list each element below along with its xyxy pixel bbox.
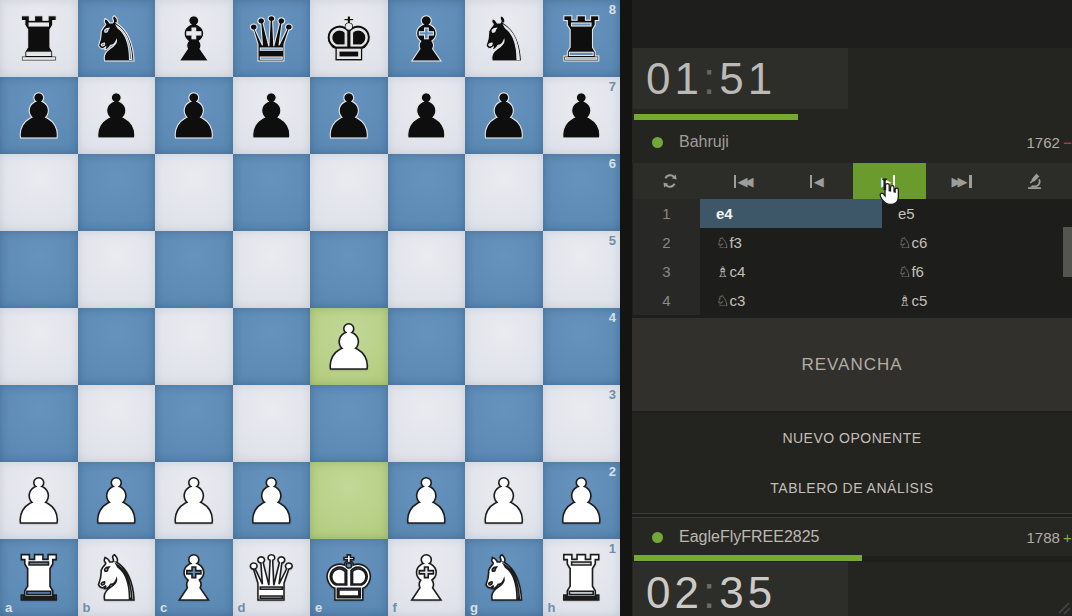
piece-black-knight[interactable]: ♞ [465,0,543,77]
piece-white-bishop[interactable]: ♝ [155,539,233,616]
chess-board[interactable]: ♜♞♝♛♚♝♞♜8♟♟♟♟♟♟♟♟765♟43♟♟♟♟♟♟♟2♜a♞b♝c♛d♚… [0,0,620,616]
piece-white-knight[interactable]: ♞ [78,539,156,616]
move-row-1: 1e4e5 [633,199,1072,228]
followup-buttons: NUEVO OPONENTE TABLERO DE ANÁLISIS [632,413,1072,514]
new-opponent-button[interactable]: NUEVO OPONENTE [632,413,1072,463]
move-4-black[interactable]: ♗c5 [882,286,1072,315]
player-row: EagleFlyFREE2825 1788+5 [632,517,1072,556]
move-4-white[interactable]: ♘c3 [700,286,882,315]
move-3-white[interactable]: ♗c4 [700,257,882,286]
square-e4[interactable]: ♟ [310,308,388,385]
square-e7[interactable]: ♟ [310,77,388,154]
rank-label-3: 3 [609,387,616,402]
piece-white-pawn[interactable]: ♟ [310,308,388,385]
move-list: 1e4e52♘f3♘c63♗c4♘f64♘c3♗c5 [633,199,1072,315]
microscope-icon [1026,172,1044,190]
nav-next-button[interactable]: ▶ [853,163,926,199]
square-a4[interactable] [0,308,78,385]
square-h1[interactable]: ♜1h [543,539,621,616]
opponent-rating: 1762−5 [1027,134,1072,151]
move-number: 1 [633,199,700,228]
move-3-black[interactable]: ♘f6 [882,257,1072,286]
square-d2[interactable]: ♟ [233,462,311,539]
square-d7[interactable]: ♟ [233,77,311,154]
nav-last-button[interactable]: ▶▶ [926,163,999,199]
move-1-black[interactable]: e5 [882,199,1072,228]
rank-label-4: 4 [609,310,616,325]
rank-label-5: 5 [609,233,616,248]
square-e3[interactable] [310,385,388,462]
square-g1[interactable]: ♞g [465,539,543,616]
square-h7[interactable]: ♟7 [543,77,621,154]
square-c3[interactable] [155,385,233,462]
piece-white-pawn[interactable]: ♟ [465,462,543,539]
square-g8[interactable]: ♞ [465,0,543,77]
player-time-bar [634,555,862,561]
square-a3[interactable] [0,385,78,462]
square-b6[interactable] [78,154,156,231]
square-g2[interactable]: ♟ [465,462,543,539]
player-clock: 02:35 [633,562,848,616]
square-h5[interactable]: 5 [543,231,621,308]
square-e8[interactable]: ♚ [310,0,388,77]
square-f4[interactable] [388,308,466,385]
piece-white-pawn[interactable]: ♟ [155,462,233,539]
move-row-4: 4♘c3♗c5 [633,286,1072,315]
square-e2[interactable] [310,462,388,539]
piece-black-pawn[interactable]: ♟ [543,77,621,154]
opponent-clock-time: 01:51 [633,48,848,109]
square-a6[interactable] [0,154,78,231]
opponent-row: Bahruji 1762−5 [632,123,1072,161]
nav-previous-button[interactable]: ◀ [779,163,852,199]
move-list-scrollbar[interactable] [1063,227,1072,277]
square-c7[interactable]: ♟ [155,77,233,154]
online-dot [652,137,663,148]
square-h2[interactable]: ♟2 [543,462,621,539]
nav-first-button[interactable]: ◀◀ [706,163,779,199]
rematch-button[interactable]: REVANCHA [632,318,1072,411]
square-g3[interactable] [465,385,543,462]
piece-white-pawn[interactable]: ♟ [233,462,311,539]
square-d6[interactable] [233,154,311,231]
piece-white-queen[interactable]: ♛ [233,539,311,616]
square-c8[interactable]: ♝ [155,0,233,77]
square-h6[interactable]: 6 [543,154,621,231]
opponent-rating-change: −5 [1063,134,1072,151]
move-number: 4 [633,286,700,315]
player-rating-change: +5 [1063,529,1072,546]
piece-black-pawn[interactable]: ♟ [0,77,78,154]
piece-white-pawn[interactable]: ♟ [0,462,78,539]
piece-black-bishop[interactable]: ♝ [388,0,466,77]
square-d5[interactable] [233,231,311,308]
piece-black-pawn[interactable]: ♟ [233,77,311,154]
rematch-label: REVANCHA [801,355,902,375]
square-d1[interactable]: ♛d [233,539,311,616]
square-a8[interactable]: ♜ [0,0,78,77]
square-b2[interactable]: ♟ [78,462,156,539]
piece-white-pawn[interactable]: ♟ [388,462,466,539]
square-c1[interactable]: ♝c [155,539,233,616]
piece-black-queen[interactable]: ♛ [233,0,311,77]
piece-black-king[interactable]: ♚ [310,0,388,77]
online-dot [652,532,663,543]
player-name[interactable]: EagleFlyFREE2825 [679,528,820,546]
move-number: 2 [633,228,700,257]
piece-white-rook[interactable]: ♜ [543,539,621,616]
board-resize-handle[interactable] [1055,599,1071,615]
square-g6[interactable] [465,154,543,231]
piece-black-pawn[interactable]: ♟ [155,77,233,154]
square-f2[interactable]: ♟ [388,462,466,539]
square-f6[interactable] [388,154,466,231]
player-clock-time: 02:35 [633,562,848,616]
square-g7[interactable]: ♟ [465,77,543,154]
square-c5[interactable] [155,231,233,308]
nav-cycle-button[interactable] [633,163,706,199]
move-row-3: 3♗c4♘f6 [633,257,1072,286]
square-a1[interactable]: ♜a [0,539,78,616]
square-b7[interactable]: ♟ [78,77,156,154]
square-b5[interactable] [78,231,156,308]
opponent-name[interactable]: Bahruji [679,133,729,151]
piece-white-bishop[interactable]: ♝ [388,539,466,616]
piece-black-rook[interactable]: ♜ [0,0,78,77]
piece-black-pawn[interactable]: ♟ [310,77,388,154]
move-2-black[interactable]: ♘c6 [882,228,1072,257]
square-b8[interactable]: ♞ [78,0,156,77]
square-a2[interactable]: ♟ [0,462,78,539]
board-side-gap [620,0,632,616]
square-f5[interactable] [388,231,466,308]
piece-white-rook[interactable]: ♜ [0,539,78,616]
square-g4[interactable] [465,308,543,385]
piece-white-pawn[interactable]: ♟ [543,462,621,539]
square-f7[interactable]: ♟ [388,77,466,154]
square-c4[interactable] [155,308,233,385]
cycle-icon [661,172,679,190]
square-a5[interactable] [0,231,78,308]
piece-black-rook[interactable]: ♜ [543,0,621,77]
sidebar: 01:51 Bahruji 1762−5 ◀◀◀▶▶▶ 1e4e52♘f3♘c6… [620,0,1072,616]
piece-black-knight[interactable]: ♞ [78,0,156,77]
piece-white-knight[interactable]: ♞ [465,539,543,616]
square-d8[interactable]: ♛ [233,0,311,77]
piece-black-pawn[interactable]: ♟ [465,77,543,154]
opponent-time-bar [634,114,798,120]
analysis-board-button[interactable]: TABLERO DE ANÁLISIS [632,463,1072,513]
square-b1[interactable]: ♞b [78,539,156,616]
piece-white-pawn[interactable]: ♟ [78,462,156,539]
square-d4[interactable] [233,308,311,385]
square-a7[interactable]: ♟ [0,77,78,154]
square-d3[interactable] [233,385,311,462]
square-e5[interactable] [310,231,388,308]
square-b3[interactable] [78,385,156,462]
player-rating: 1788+5 [1027,529,1072,546]
square-h8[interactable]: ♜8 [543,0,621,77]
move-2-white[interactable]: ♘f3 [700,228,882,257]
move-nav-bar: ◀◀◀▶▶▶ [633,163,1072,199]
square-g5[interactable] [465,231,543,308]
nav-analysis-button[interactable] [999,163,1072,199]
square-f8[interactable]: ♝ [388,0,466,77]
piece-black-pawn[interactable]: ♟ [78,77,156,154]
square-e1[interactable]: ♚e [310,539,388,616]
square-f1[interactable]: ♝f [388,539,466,616]
opponent-clock: 01:51 [633,48,848,109]
square-h4[interactable]: 4 [543,308,621,385]
square-b4[interactable] [78,308,156,385]
square-h3[interactable]: 3 [543,385,621,462]
square-f3[interactable] [388,385,466,462]
square-e6[interactable] [310,154,388,231]
move-row-2: 2♘f3♘c6 [633,228,1072,257]
move-1-white[interactable]: e4 [700,199,882,228]
rank-label-6: 6 [609,156,616,171]
piece-black-bishop[interactable]: ♝ [155,0,233,77]
square-c6[interactable] [155,154,233,231]
piece-black-pawn[interactable]: ♟ [388,77,466,154]
piece-white-king[interactable]: ♚ [310,539,388,616]
square-c2[interactable]: ♟ [155,462,233,539]
move-number: 3 [633,257,700,286]
